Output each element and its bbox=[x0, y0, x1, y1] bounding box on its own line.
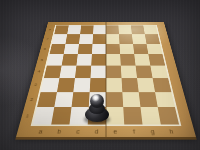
file-label-c: c bbox=[68, 127, 87, 136]
black-pawn bbox=[85, 94, 109, 123]
file-label-e: e bbox=[106, 127, 125, 136]
square-f4 bbox=[121, 66, 137, 79]
file-labels: abcdefgh bbox=[30, 127, 182, 136]
square-b8 bbox=[67, 25, 81, 34]
square-f5 bbox=[120, 54, 135, 65]
square-d5 bbox=[91, 54, 106, 65]
square-b5 bbox=[62, 54, 78, 65]
square-c6 bbox=[78, 44, 93, 54]
board-photo: abcdefgh 87654321 bbox=[0, 0, 200, 150]
square-d8 bbox=[93, 25, 106, 34]
pawn-knob-top bbox=[90, 94, 104, 108]
square-f8 bbox=[118, 25, 131, 34]
square-f7 bbox=[119, 34, 133, 44]
square-f6 bbox=[120, 44, 135, 54]
square-e7 bbox=[106, 34, 120, 44]
square-c8 bbox=[80, 25, 93, 34]
square-f3 bbox=[122, 78, 139, 92]
square-d6 bbox=[92, 44, 106, 54]
square-c5 bbox=[76, 54, 91, 65]
square-e6 bbox=[106, 44, 120, 54]
square-f2 bbox=[122, 92, 140, 107]
square-h3 bbox=[153, 78, 172, 92]
file-label-f: f bbox=[124, 127, 143, 136]
square-f1 bbox=[123, 107, 142, 124]
square-d3 bbox=[90, 78, 106, 92]
square-c3 bbox=[73, 78, 90, 92]
square-b6 bbox=[64, 44, 79, 54]
square-c4 bbox=[75, 66, 91, 79]
file-label-b: b bbox=[49, 127, 69, 136]
square-b4 bbox=[59, 66, 76, 79]
square-e5 bbox=[106, 54, 121, 65]
file-label-g: g bbox=[143, 127, 163, 136]
square-b2 bbox=[54, 92, 73, 107]
square-h5 bbox=[148, 54, 165, 65]
square-b3 bbox=[57, 78, 75, 92]
square-e8 bbox=[106, 25, 119, 34]
square-d7 bbox=[92, 34, 106, 44]
file-label-a: a bbox=[30, 127, 51, 136]
square-c7 bbox=[79, 34, 93, 44]
square-h1 bbox=[158, 107, 179, 124]
board-edge bbox=[15, 137, 196, 140]
square-h7 bbox=[145, 34, 160, 44]
square-b1 bbox=[51, 107, 71, 124]
file-label-d: d bbox=[87, 127, 106, 136]
square-h4 bbox=[150, 66, 168, 79]
square-h6 bbox=[147, 44, 163, 54]
square-e3 bbox=[106, 78, 122, 92]
square-d4 bbox=[90, 66, 106, 79]
square-h8 bbox=[143, 25, 157, 34]
square-h2 bbox=[155, 92, 175, 107]
file-label-h: h bbox=[161, 127, 182, 136]
square-b7 bbox=[65, 34, 80, 44]
square-e4 bbox=[106, 66, 122, 79]
